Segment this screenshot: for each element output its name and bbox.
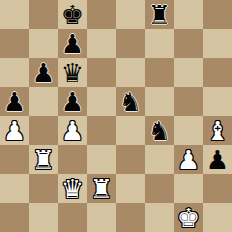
square-b3[interactable]: ♜: [29, 145, 58, 174]
square-b5[interactable]: [29, 87, 58, 116]
square-e4[interactable]: [116, 116, 145, 145]
square-f4[interactable]: ♞: [145, 116, 174, 145]
square-a2[interactable]: [0, 174, 29, 203]
square-b4[interactable]: [29, 116, 58, 145]
black-rook[interactable]: ♜: [145, 0, 174, 29]
square-f1[interactable]: [145, 203, 174, 232]
square-h4[interactable]: ♝: [203, 116, 232, 145]
square-c8[interactable]: ♚: [58, 0, 87, 29]
square-f2[interactable]: [145, 174, 174, 203]
black-pawn[interactable]: ♟: [29, 58, 58, 87]
square-b1[interactable]: [29, 203, 58, 232]
square-g8[interactable]: [174, 0, 203, 29]
square-a6[interactable]: [0, 58, 29, 87]
white-bishop[interactable]: ♝: [203, 116, 232, 145]
square-e5[interactable]: ♞: [116, 87, 145, 116]
square-g1[interactable]: ♚: [174, 203, 203, 232]
white-king[interactable]: ♚: [174, 203, 203, 232]
square-h2[interactable]: [203, 174, 232, 203]
square-h7[interactable]: [203, 29, 232, 58]
square-b7[interactable]: [29, 29, 58, 58]
white-pawn[interactable]: ♟: [0, 116, 29, 145]
square-f6[interactable]: [145, 58, 174, 87]
square-d5[interactable]: [87, 87, 116, 116]
square-e7[interactable]: [116, 29, 145, 58]
square-a5[interactable]: ♟: [0, 87, 29, 116]
square-h8[interactable]: [203, 0, 232, 29]
square-a3[interactable]: [0, 145, 29, 174]
black-pawn[interactable]: ♟: [58, 87, 87, 116]
square-h3[interactable]: ♟: [203, 145, 232, 174]
square-c2[interactable]: ♛: [58, 174, 87, 203]
square-h6[interactable]: [203, 58, 232, 87]
black-pawn[interactable]: ♟: [203, 145, 232, 174]
square-f7[interactable]: [145, 29, 174, 58]
square-f8[interactable]: ♜: [145, 0, 174, 29]
square-g5[interactable]: [174, 87, 203, 116]
square-b2[interactable]: [29, 174, 58, 203]
square-d7[interactable]: [87, 29, 116, 58]
square-g2[interactable]: [174, 174, 203, 203]
square-d6[interactable]: [87, 58, 116, 87]
square-a7[interactable]: [0, 29, 29, 58]
black-queen[interactable]: ♛: [58, 58, 87, 87]
white-queen[interactable]: ♛: [58, 174, 87, 203]
square-b6[interactable]: ♟: [29, 58, 58, 87]
square-g6[interactable]: [174, 58, 203, 87]
white-rook[interactable]: ♜: [87, 174, 116, 203]
square-a4[interactable]: ♟: [0, 116, 29, 145]
white-rook[interactable]: ♜: [29, 145, 58, 174]
square-c1[interactable]: [58, 203, 87, 232]
square-c3[interactable]: [58, 145, 87, 174]
black-knight[interactable]: ♞: [145, 116, 174, 145]
square-d2[interactable]: ♜: [87, 174, 116, 203]
square-c5[interactable]: ♟: [58, 87, 87, 116]
square-g4[interactable]: [174, 116, 203, 145]
black-pawn[interactable]: ♟: [58, 29, 87, 58]
square-c7[interactable]: ♟: [58, 29, 87, 58]
square-d8[interactable]: [87, 0, 116, 29]
square-d4[interactable]: [87, 116, 116, 145]
square-e6[interactable]: [116, 58, 145, 87]
black-knight[interactable]: ♞: [116, 87, 145, 116]
square-f5[interactable]: [145, 87, 174, 116]
square-h1[interactable]: [203, 203, 232, 232]
chess-board: ♚♜♟♟♛♟♟♞♟♟♞♝♜♟♟♛♜♚: [0, 0, 232, 232]
black-pawn[interactable]: ♟: [0, 87, 29, 116]
square-b8[interactable]: [29, 0, 58, 29]
square-c6[interactable]: ♛: [58, 58, 87, 87]
square-a8[interactable]: [0, 0, 29, 29]
square-d3[interactable]: [87, 145, 116, 174]
black-king[interactable]: ♚: [58, 0, 87, 29]
square-g3[interactable]: ♟: [174, 145, 203, 174]
square-h5[interactable]: [203, 87, 232, 116]
square-e2[interactable]: [116, 174, 145, 203]
square-d1[interactable]: [87, 203, 116, 232]
square-a1[interactable]: [0, 203, 29, 232]
square-g7[interactable]: [174, 29, 203, 58]
square-e3[interactable]: [116, 145, 145, 174]
white-pawn[interactable]: ♟: [58, 116, 87, 145]
square-e1[interactable]: [116, 203, 145, 232]
square-e8[interactable]: [116, 0, 145, 29]
white-pawn[interactable]: ♟: [174, 145, 203, 174]
square-c4[interactable]: ♟: [58, 116, 87, 145]
square-f3[interactable]: [145, 145, 174, 174]
